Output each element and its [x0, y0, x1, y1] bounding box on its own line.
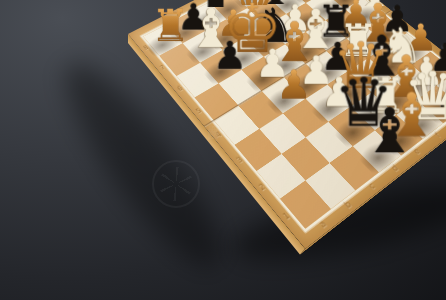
piece-wood-pawn: ♟ — [276, 65, 312, 105]
photo-stage: ♜♟♜♛♟♜♚♚♝♟♛♟♝♞♟♟♚♞♟♝♟♟♟♝♝♜♟♟♟♟♟♜♝♟♟♛♝♞♟♛… — [0, 0, 446, 300]
piece-wood-rook: ♜ — [151, 4, 190, 48]
piece-black-pawn: ♟ — [213, 37, 247, 75]
piece-black-bishop: ♝ — [362, 100, 418, 162]
